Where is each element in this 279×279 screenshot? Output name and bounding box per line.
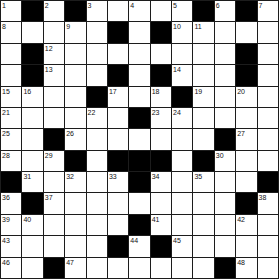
crossword-cell[interactable] bbox=[193, 44, 214, 65]
crossword-cell[interactable] bbox=[108, 193, 129, 214]
clue-number: 34 bbox=[152, 172, 160, 181]
crossword-cell[interactable] bbox=[258, 258, 279, 279]
crossword-cell[interactable] bbox=[108, 258, 129, 279]
crossword-cell[interactable] bbox=[215, 193, 236, 214]
black-cell bbox=[129, 108, 150, 129]
crossword-cell[interactable]: 34 bbox=[151, 172, 172, 193]
black-cell bbox=[108, 151, 129, 172]
crossword-cell[interactable]: 18 bbox=[151, 87, 172, 108]
crossword-cell[interactable]: 48 bbox=[236, 258, 257, 279]
clue-number: 12 bbox=[45, 44, 53, 53]
crossword-cell[interactable]: 1 bbox=[1, 1, 22, 22]
crossword-cell[interactable]: 21 bbox=[1, 108, 22, 129]
clue-number: 32 bbox=[66, 172, 74, 181]
crossword-cell[interactable]: 45 bbox=[172, 236, 193, 257]
black-cell bbox=[172, 87, 193, 108]
crossword-cell[interactable]: 36 bbox=[1, 193, 22, 214]
crossword-cell[interactable]: 31 bbox=[22, 172, 43, 193]
crossword-cell[interactable]: 17 bbox=[108, 87, 129, 108]
crossword-cell[interactable] bbox=[236, 22, 257, 43]
crossword-cell[interactable] bbox=[258, 44, 279, 65]
clue-number: 41 bbox=[152, 215, 160, 224]
crossword-cell[interactable]: 47 bbox=[65, 258, 86, 279]
crossword-cell[interactable] bbox=[87, 258, 108, 279]
crossword-cell[interactable] bbox=[258, 215, 279, 236]
clue-number: 37 bbox=[45, 193, 53, 202]
crossword-cell[interactable] bbox=[172, 129, 193, 150]
crossword-cell[interactable] bbox=[258, 87, 279, 108]
black-cell bbox=[151, 65, 172, 86]
crossword-cell[interactable] bbox=[151, 193, 172, 214]
clue-number: 7 bbox=[259, 1, 263, 10]
crossword-cell[interactable]: 39 bbox=[1, 215, 22, 236]
clue-number: 3 bbox=[88, 1, 92, 10]
crossword-cell[interactable] bbox=[193, 258, 214, 279]
crossword-cell[interactable] bbox=[65, 44, 86, 65]
crossword-cell[interactable] bbox=[236, 172, 257, 193]
crossword-cell[interactable]: 43 bbox=[1, 236, 22, 257]
crossword-cell[interactable] bbox=[151, 129, 172, 150]
clue-number: 31 bbox=[23, 172, 31, 181]
crossword-cell[interactable] bbox=[108, 129, 129, 150]
clue-number: 39 bbox=[2, 215, 10, 224]
crossword-cell[interactable] bbox=[172, 44, 193, 65]
crossword-cell[interactable]: 11 bbox=[193, 22, 214, 43]
clue-number: 9 bbox=[66, 22, 70, 31]
crossword-cell[interactable] bbox=[44, 172, 65, 193]
clue-number: 2 bbox=[45, 1, 49, 10]
crossword-cell[interactable]: 19 bbox=[193, 87, 214, 108]
clue-number: 17 bbox=[109, 87, 117, 96]
clue-number: 13 bbox=[45, 65, 53, 74]
clue-number: 5 bbox=[173, 1, 177, 10]
clue-number: 26 bbox=[66, 129, 74, 138]
crossword-cell[interactable] bbox=[236, 108, 257, 129]
clue-number: 40 bbox=[23, 215, 31, 224]
black-cell bbox=[151, 236, 172, 257]
black-cell bbox=[87, 87, 108, 108]
crossword-cell[interactable] bbox=[108, 1, 129, 22]
crossword-cell[interactable] bbox=[236, 151, 257, 172]
black-cell bbox=[22, 1, 43, 22]
black-cell bbox=[258, 172, 279, 193]
black-cell bbox=[108, 65, 129, 86]
crossword-cell[interactable] bbox=[44, 108, 65, 129]
clue-number: 21 bbox=[2, 108, 10, 117]
crossword-cell[interactable] bbox=[129, 129, 150, 150]
crossword-cell[interactable] bbox=[87, 215, 108, 236]
crossword-cell[interactable] bbox=[258, 108, 279, 129]
crossword-cell[interactable] bbox=[108, 215, 129, 236]
black-cell bbox=[1, 172, 22, 193]
black-cell bbox=[236, 44, 257, 65]
crossword-cell[interactable]: 35 bbox=[193, 172, 214, 193]
clue-number: 14 bbox=[173, 65, 181, 74]
clue-number: 43 bbox=[2, 236, 10, 245]
black-cell bbox=[215, 258, 236, 279]
crossword-cell[interactable] bbox=[129, 44, 150, 65]
clue-number: 36 bbox=[2, 193, 10, 202]
clue-number: 30 bbox=[216, 151, 224, 160]
clue-number: 24 bbox=[173, 108, 181, 117]
crossword-cell[interactable] bbox=[87, 44, 108, 65]
crossword-cell[interactable] bbox=[258, 151, 279, 172]
crossword-cell[interactable] bbox=[65, 87, 86, 108]
crossword-cell[interactable]: 8 bbox=[1, 22, 22, 43]
black-cell bbox=[129, 151, 150, 172]
crossword-cell[interactable] bbox=[1, 65, 22, 86]
crossword-cell[interactable] bbox=[193, 65, 214, 86]
clue-number: 27 bbox=[237, 129, 245, 138]
black-cell bbox=[22, 44, 43, 65]
clue-number: 35 bbox=[194, 172, 202, 181]
crossword-cell[interactable]: 29 bbox=[44, 151, 65, 172]
crossword-cell[interactable]: 23 bbox=[151, 108, 172, 129]
crossword-cell[interactable] bbox=[193, 108, 214, 129]
clue-number: 16 bbox=[23, 87, 31, 96]
crossword-cell[interactable] bbox=[87, 22, 108, 43]
crossword-cell[interactable]: 7 bbox=[258, 1, 279, 22]
clue-number: 8 bbox=[2, 22, 6, 31]
crossword-cell[interactable]: 33 bbox=[108, 172, 129, 193]
crossword-cell[interactable] bbox=[87, 172, 108, 193]
crossword-cell[interactable] bbox=[1, 44, 22, 65]
black-cell bbox=[236, 65, 257, 86]
clue-number: 20 bbox=[237, 87, 245, 96]
crossword-cell[interactable] bbox=[215, 65, 236, 86]
crossword-cell[interactable]: 16 bbox=[22, 87, 43, 108]
crossword-cell[interactable] bbox=[65, 236, 86, 257]
clue-number: 25 bbox=[2, 129, 10, 138]
black-cell bbox=[193, 151, 214, 172]
black-cell bbox=[151, 22, 172, 43]
crossword-cell[interactable]: 25 bbox=[1, 129, 22, 150]
clue-number: 10 bbox=[173, 22, 181, 31]
crossword-cell[interactable]: 41 bbox=[151, 215, 172, 236]
black-cell bbox=[151, 151, 172, 172]
crossword-cell[interactable]: 44 bbox=[129, 236, 150, 257]
clue-number: 47 bbox=[66, 258, 74, 267]
crossword-cell[interactable] bbox=[258, 65, 279, 86]
crossword-cell[interactable] bbox=[193, 236, 214, 257]
crossword-cell[interactable]: 42 bbox=[236, 215, 257, 236]
clue-number: 29 bbox=[45, 151, 53, 160]
crossword-cell[interactable] bbox=[129, 87, 150, 108]
crossword-cell[interactable]: 24 bbox=[172, 108, 193, 129]
crossword-cell[interactable] bbox=[44, 22, 65, 43]
crossword-cell[interactable]: 4 bbox=[129, 1, 150, 22]
crossword-cell[interactable] bbox=[108, 44, 129, 65]
crossword-cell[interactable]: 46 bbox=[1, 258, 22, 279]
crossword-cell[interactable]: 14 bbox=[172, 65, 193, 86]
clue-number: 6 bbox=[216, 1, 220, 10]
crossword-cell[interactable] bbox=[129, 22, 150, 43]
crossword-cell[interactable] bbox=[129, 258, 150, 279]
clue-number: 33 bbox=[109, 172, 117, 181]
crossword-cell[interactable] bbox=[215, 87, 236, 108]
black-cell bbox=[65, 151, 86, 172]
crossword-cell[interactable]: 26 bbox=[65, 129, 86, 150]
crossword-cell[interactable] bbox=[129, 65, 150, 86]
crossword-cell[interactable]: 40 bbox=[22, 215, 43, 236]
crossword-cell[interactable]: 13 bbox=[44, 65, 65, 86]
crossword-cell[interactable]: 22 bbox=[87, 108, 108, 129]
crossword-cell[interactable] bbox=[215, 172, 236, 193]
clue-number: 1 bbox=[2, 1, 6, 10]
crossword-cell[interactable] bbox=[151, 44, 172, 65]
clue-number: 44 bbox=[130, 236, 138, 245]
black-cell bbox=[215, 129, 236, 150]
crossword-cell[interactable] bbox=[215, 44, 236, 65]
crossword-cell[interactable] bbox=[87, 193, 108, 214]
crossword-cell[interactable] bbox=[22, 129, 43, 150]
black-cell bbox=[236, 1, 257, 22]
crossword-cell[interactable]: 20 bbox=[236, 87, 257, 108]
crossword-cell[interactable] bbox=[215, 236, 236, 257]
crossword-cell[interactable] bbox=[65, 193, 86, 214]
crossword-cell[interactable] bbox=[44, 87, 65, 108]
black-cell bbox=[22, 65, 43, 86]
clue-number: 23 bbox=[152, 108, 160, 117]
clue-number: 42 bbox=[237, 215, 245, 224]
crossword-cell[interactable] bbox=[172, 172, 193, 193]
crossword-cell[interactable] bbox=[22, 151, 43, 172]
crossword-cell[interactable] bbox=[87, 236, 108, 257]
crossword-cell[interactable] bbox=[22, 108, 43, 129]
crossword-cell[interactable] bbox=[236, 236, 257, 257]
black-cell bbox=[65, 1, 86, 22]
crossword-grid: 1234567891011121314151617181920212223242… bbox=[0, 0, 279, 279]
crossword-cell[interactable] bbox=[87, 129, 108, 150]
crossword-cell[interactable] bbox=[129, 193, 150, 214]
crossword-cell[interactable]: 28 bbox=[1, 151, 22, 172]
black-cell bbox=[129, 215, 150, 236]
crossword-cell[interactable]: 27 bbox=[236, 129, 257, 150]
crossword-cell[interactable] bbox=[108, 108, 129, 129]
crossword-cell[interactable]: 3 bbox=[87, 1, 108, 22]
crossword-cell[interactable] bbox=[172, 193, 193, 214]
clue-number: 4 bbox=[130, 1, 134, 10]
crossword-cell[interactable] bbox=[193, 129, 214, 150]
clue-number: 45 bbox=[173, 236, 181, 245]
crossword-cell[interactable] bbox=[172, 151, 193, 172]
crossword-cell[interactable] bbox=[172, 258, 193, 279]
clue-number: 11 bbox=[194, 22, 201, 31]
black-cell bbox=[44, 129, 65, 150]
crossword-cell[interactable]: 10 bbox=[172, 22, 193, 43]
crossword-cell[interactable] bbox=[65, 215, 86, 236]
crossword-cell[interactable] bbox=[258, 22, 279, 43]
crossword-cell[interactable] bbox=[65, 65, 86, 86]
crossword-cell[interactable]: 2 bbox=[44, 1, 65, 22]
crossword-cell[interactable] bbox=[258, 129, 279, 150]
crossword-cell[interactable] bbox=[87, 151, 108, 172]
black-cell bbox=[108, 236, 129, 257]
crossword-cell[interactable] bbox=[151, 1, 172, 22]
crossword-cell[interactable]: 15 bbox=[1, 87, 22, 108]
crossword-cell[interactable] bbox=[87, 65, 108, 86]
crossword-cell[interactable]: 37 bbox=[44, 193, 65, 214]
clue-number: 22 bbox=[88, 108, 96, 117]
crossword-cell[interactable] bbox=[44, 236, 65, 257]
crossword-cell[interactable]: 38 bbox=[258, 193, 279, 214]
crossword-cell[interactable]: 6 bbox=[215, 1, 236, 22]
clue-number: 38 bbox=[259, 193, 267, 202]
crossword-cell[interactable] bbox=[258, 236, 279, 257]
crossword-cell[interactable] bbox=[22, 258, 43, 279]
crossword-cell[interactable] bbox=[215, 215, 236, 236]
crossword-cell[interactable] bbox=[65, 108, 86, 129]
black-cell bbox=[193, 1, 214, 22]
clue-number: 48 bbox=[237, 258, 245, 267]
black-cell bbox=[129, 172, 150, 193]
clue-number: 46 bbox=[2, 258, 10, 267]
black-cell bbox=[236, 193, 257, 214]
crossword-cell[interactable] bbox=[215, 108, 236, 129]
crossword-cell[interactable] bbox=[193, 193, 214, 214]
crossword-cell[interactable] bbox=[44, 215, 65, 236]
crossword-cell[interactable] bbox=[193, 215, 214, 236]
crossword-cell[interactable]: 9 bbox=[65, 22, 86, 43]
crossword-cell[interactable]: 32 bbox=[65, 172, 86, 193]
black-cell bbox=[22, 193, 43, 214]
black-cell bbox=[108, 22, 129, 43]
black-cell bbox=[44, 258, 65, 279]
crossword-cell[interactable] bbox=[22, 236, 43, 257]
crossword-cell[interactable] bbox=[151, 258, 172, 279]
clue-number: 18 bbox=[152, 87, 160, 96]
clue-number: 15 bbox=[2, 87, 10, 96]
crossword-cell[interactable] bbox=[172, 215, 193, 236]
crossword-cell[interactable] bbox=[215, 22, 236, 43]
crossword-cell[interactable] bbox=[22, 22, 43, 43]
crossword-cell[interactable]: 12 bbox=[44, 44, 65, 65]
crossword-cell[interactable]: 30 bbox=[215, 151, 236, 172]
crossword-cell[interactable]: 5 bbox=[172, 1, 193, 22]
clue-number: 19 bbox=[194, 87, 202, 96]
clue-number: 28 bbox=[2, 151, 10, 160]
